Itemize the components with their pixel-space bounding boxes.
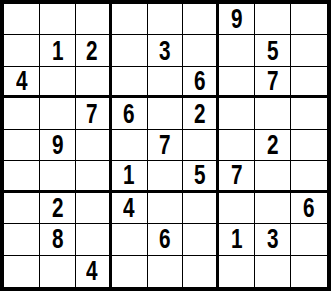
sudoku-cell-r3c3[interactable] <box>76 67 112 98</box>
sudoku-cell-r4c1[interactable] <box>4 98 40 129</box>
sudoku-cell-r5c2: 9 <box>40 130 76 161</box>
sudoku-cell-r7c5[interactable] <box>148 193 184 224</box>
sudoku-cell-r7c6[interactable] <box>183 193 219 224</box>
sudoku-cell-r3c1: 4 <box>4 67 40 98</box>
given-digit: 3 <box>267 225 279 253</box>
sudoku-cell-r8c3[interactable] <box>76 224 112 255</box>
sudoku-cell-r1c6[interactable] <box>183 4 219 35</box>
sudoku-cell-r8c5: 6 <box>148 224 184 255</box>
sudoku-cell-r2c6[interactable] <box>183 35 219 66</box>
sudoku-cell-r2c9[interactable] <box>291 35 327 66</box>
given-digit: 7 <box>267 67 279 95</box>
sudoku-cell-r6c7: 7 <box>219 161 255 192</box>
sudoku-cell-r4c2[interactable] <box>40 98 76 129</box>
sudoku-cell-r7c4: 4 <box>112 193 148 224</box>
sudoku-cell-r7c7[interactable] <box>219 193 255 224</box>
sudoku-cell-r6c5[interactable] <box>148 161 184 192</box>
sudoku-cell-r4c7[interactable] <box>219 98 255 129</box>
given-digit: 9 <box>52 131 64 159</box>
sudoku-cell-r9c7[interactable] <box>219 256 255 287</box>
sudoku-cell-r1c8[interactable] <box>255 4 291 35</box>
sudoku-cell-r3c2[interactable] <box>40 67 76 98</box>
sudoku-cell-r4c6: 2 <box>183 98 219 129</box>
given-digit: 7 <box>231 161 243 189</box>
sudoku-cell-r1c7: 9 <box>219 4 255 35</box>
sudoku-cell-r7c1[interactable] <box>4 193 40 224</box>
sudoku-cell-r5c9[interactable] <box>291 130 327 161</box>
given-digit: 2 <box>52 194 64 222</box>
sudoku-cell-r1c1[interactable] <box>4 4 40 35</box>
sudoku-cell-r6c2[interactable] <box>40 161 76 192</box>
given-digit: 8 <box>52 225 64 253</box>
given-digit: 3 <box>159 37 171 65</box>
sudoku-cell-r1c5[interactable] <box>148 4 184 35</box>
sudoku-cell-r1c9[interactable] <box>291 4 327 35</box>
sudoku-cell-r5c1[interactable] <box>4 130 40 161</box>
given-digit: 6 <box>303 194 315 222</box>
sudoku-cell-r6c4: 1 <box>112 161 148 192</box>
given-digit: 2 <box>194 100 206 128</box>
sudoku-cell-r9c4[interactable] <box>112 256 148 287</box>
sudoku-cell-r7c2: 2 <box>40 193 76 224</box>
sudoku-cell-r5c8: 2 <box>255 130 291 161</box>
sudoku-cell-r9c6[interactable] <box>183 256 219 287</box>
sudoku-cell-r3c4[interactable] <box>112 67 148 98</box>
sudoku-cell-r4c8[interactable] <box>255 98 291 129</box>
sudoku-cell-r3c7[interactable] <box>219 67 255 98</box>
sudoku-cell-r8c9[interactable] <box>291 224 327 255</box>
sudoku-cell-r9c2[interactable] <box>40 256 76 287</box>
sudoku-cell-r5c6[interactable] <box>183 130 219 161</box>
given-digit: 6 <box>159 225 171 253</box>
sudoku-cell-r8c8: 3 <box>255 224 291 255</box>
given-digit: 4 <box>86 257 98 285</box>
sudoku-cell-r7c9: 6 <box>291 193 327 224</box>
sudoku-cell-r9c5[interactable] <box>148 256 184 287</box>
sudoku-cell-r1c3[interactable] <box>76 4 112 35</box>
sudoku-cell-r2c4[interactable] <box>112 35 148 66</box>
sudoku-cell-r6c3[interactable] <box>76 161 112 192</box>
sudoku-cell-r9c8[interactable] <box>255 256 291 287</box>
sudoku-cell-r9c3: 4 <box>76 256 112 287</box>
sudoku-cell-r7c3[interactable] <box>76 193 112 224</box>
sudoku-cell-r3c9[interactable] <box>291 67 327 98</box>
sudoku-cell-r2c7[interactable] <box>219 35 255 66</box>
sudoku-cell-r9c1[interactable] <box>4 256 40 287</box>
sudoku-cell-r5c4[interactable] <box>112 130 148 161</box>
sudoku-cell-r2c5: 3 <box>148 35 184 66</box>
sudoku-cell-r6c1[interactable] <box>4 161 40 192</box>
sudoku-cell-r2c2: 1 <box>40 35 76 66</box>
sudoku-cell-r9c9[interactable] <box>291 256 327 287</box>
sudoku-cell-r3c8: 7 <box>255 67 291 98</box>
sudoku-cell-r2c3: 2 <box>76 35 112 66</box>
given-digit: 7 <box>159 131 171 159</box>
given-digit: 4 <box>16 67 28 95</box>
sudoku-cell-r8c4[interactable] <box>112 224 148 255</box>
given-digit: 2 <box>267 131 279 159</box>
sudoku-cell-r4c3: 7 <box>76 98 112 129</box>
sudoku-cell-r2c8: 5 <box>255 35 291 66</box>
sudoku-cell-r5c3[interactable] <box>76 130 112 161</box>
sudoku-cell-r4c9[interactable] <box>291 98 327 129</box>
given-digit: 1 <box>52 37 64 65</box>
sudoku-cell-r4c5[interactable] <box>148 98 184 129</box>
sudoku-cell-r8c6[interactable] <box>183 224 219 255</box>
sudoku-cell-r6c8[interactable] <box>255 161 291 192</box>
sudoku-cell-r8c7: 1 <box>219 224 255 255</box>
sudoku-cell-r6c9[interactable] <box>291 161 327 192</box>
sudoku-cell-r5c7[interactable] <box>219 130 255 161</box>
sudoku-cell-r5c5: 7 <box>148 130 184 161</box>
given-digit: 6 <box>194 67 206 95</box>
given-digit: 9 <box>231 5 243 33</box>
given-digit: 1 <box>231 225 243 253</box>
sudoku-cell-r6c6: 5 <box>183 161 219 192</box>
sudoku-board: 9123546776297215724686134 <box>0 0 331 291</box>
sudoku-cell-r7c8[interactable] <box>255 193 291 224</box>
sudoku-cell-r1c2[interactable] <box>40 4 76 35</box>
given-digit: 5 <box>267 37 279 65</box>
sudoku-cell-r3c5[interactable] <box>148 67 184 98</box>
given-digit: 7 <box>86 100 98 128</box>
given-digit: 2 <box>86 37 98 65</box>
given-digit: 1 <box>123 161 135 189</box>
given-digit: 6 <box>123 100 135 128</box>
sudoku-cell-r2c1[interactable] <box>4 35 40 66</box>
sudoku-cell-r3c6: 6 <box>183 67 219 98</box>
given-digit: 4 <box>123 194 135 222</box>
sudoku-cell-r8c1[interactable] <box>4 224 40 255</box>
given-digit: 5 <box>194 161 206 189</box>
sudoku-cell-r8c2: 8 <box>40 224 76 255</box>
sudoku-cell-r1c4[interactable] <box>112 4 148 35</box>
sudoku-cell-r4c4: 6 <box>112 98 148 129</box>
